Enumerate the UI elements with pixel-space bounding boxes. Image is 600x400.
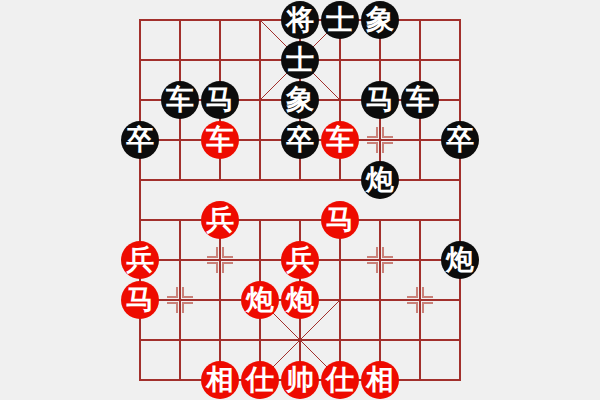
board-point: 车 [200, 120, 240, 160]
black-piece-象[interactable]: 象 [361, 1, 399, 39]
xiangqi-board: 将士象士车马象马车卒车卒车卒炮兵马兵兵炮马炮炮相仕帅仕相 [0, 0, 600, 400]
board-point: 相 [360, 360, 400, 400]
board-point: 卒 [120, 120, 160, 160]
point-marker [400, 280, 440, 320]
black-piece-象[interactable]: 象 [281, 81, 319, 119]
red-piece-帅[interactable]: 帅 [281, 361, 319, 399]
point-marker-cross [405, 285, 435, 315]
black-piece-车[interactable]: 车 [401, 81, 439, 119]
black-piece-马[interactable]: 马 [201, 81, 239, 119]
red-piece-兵[interactable]: 兵 [201, 201, 239, 239]
black-piece-将[interactable]: 将 [281, 1, 319, 39]
black-piece-炮[interactable]: 炮 [441, 241, 479, 279]
red-piece-相[interactable]: 相 [201, 361, 239, 399]
board-point: 马 [360, 80, 400, 120]
red-piece-炮[interactable]: 炮 [281, 281, 319, 319]
board-point: 仕 [320, 360, 360, 400]
point-marker-cross [365, 245, 395, 275]
board-point: 象 [280, 80, 320, 120]
board-point: 车 [160, 80, 200, 120]
black-piece-马[interactable]: 马 [361, 81, 399, 119]
board-point: 炮 [280, 280, 320, 320]
board-point: 将 [280, 0, 320, 40]
board-point: 卒 [440, 120, 480, 160]
board-point: 兵 [280, 240, 320, 280]
board-point: 兵 [200, 200, 240, 240]
point-marker [360, 240, 400, 280]
board-point: 炮 [240, 280, 280, 320]
board-point: 卒 [280, 120, 320, 160]
red-piece-相[interactable]: 相 [361, 361, 399, 399]
black-piece-士[interactable]: 士 [321, 1, 359, 39]
board-point: 仕 [240, 360, 280, 400]
board-point: 兵 [120, 240, 160, 280]
point-marker-cross [165, 285, 195, 315]
board-point: 帅 [280, 360, 320, 400]
black-piece-车[interactable]: 车 [161, 81, 199, 119]
red-piece-马[interactable]: 马 [321, 201, 359, 239]
point-marker [360, 120, 400, 160]
board-point: 车 [400, 80, 440, 120]
red-piece-车[interactable]: 车 [201, 121, 239, 159]
point-marker-cross [365, 125, 395, 155]
board-point: 相 [200, 360, 240, 400]
red-piece-马[interactable]: 马 [121, 281, 159, 319]
red-piece-仕[interactable]: 仕 [321, 361, 359, 399]
point-marker [200, 240, 240, 280]
red-piece-仕[interactable]: 仕 [241, 361, 279, 399]
red-piece-炮[interactable]: 炮 [241, 281, 279, 319]
black-piece-卒[interactable]: 卒 [441, 121, 479, 159]
black-piece-士[interactable]: 士 [281, 41, 319, 79]
black-piece-炮[interactable]: 炮 [361, 161, 399, 199]
black-piece-卒[interactable]: 卒 [121, 121, 159, 159]
red-piece-兵[interactable]: 兵 [281, 241, 319, 279]
board-point: 士 [320, 0, 360, 40]
board-point: 马 [120, 280, 160, 320]
board-point: 马 [200, 80, 240, 120]
board-point: 炮 [440, 240, 480, 280]
board-point: 车 [320, 120, 360, 160]
red-piece-兵[interactable]: 兵 [121, 241, 159, 279]
point-marker-cross [205, 245, 235, 275]
board-point: 士 [280, 40, 320, 80]
board-point: 马 [320, 200, 360, 240]
red-piece-车[interactable]: 车 [321, 121, 359, 159]
black-piece-卒[interactable]: 卒 [281, 121, 319, 159]
board-point: 炮 [360, 160, 400, 200]
piece-grid: 将士象士车马象马车卒车卒车卒炮兵马兵兵炮马炮炮相仕帅仕相 [120, 0, 480, 400]
board-point: 象 [360, 0, 400, 40]
point-marker [160, 280, 200, 320]
